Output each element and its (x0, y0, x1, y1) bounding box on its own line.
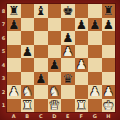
rank-label-5: 5 (0, 45, 7, 59)
piece-black-pawn[interactable]: ♟ (103, 17, 114, 31)
piece-black-pawn[interactable]: ♟ (8, 17, 19, 31)
file-label-a: A (7, 112, 21, 120)
piece-black-king[interactable]: ♚ (62, 4, 73, 18)
square-f1[interactable]: ♜ (75, 99, 89, 113)
square-a1[interactable] (7, 99, 21, 113)
piece-white-pawn[interactable]: ♟ (89, 85, 100, 99)
piece-white-rook[interactable]: ♜ (22, 98, 33, 112)
square-f4[interactable]: ♟ (75, 58, 89, 72)
square-c7[interactable] (34, 18, 48, 32)
piece-white-pawn[interactable]: ♟ (103, 85, 114, 99)
square-c6[interactable] (34, 31, 48, 45)
square-d7[interactable] (48, 18, 62, 32)
square-b7[interactable] (21, 18, 35, 32)
file-label-f: F (75, 112, 89, 120)
square-b4[interactable] (21, 58, 35, 72)
square-g2[interactable]: ♟ (88, 85, 102, 99)
file-coordinates: ABCDEFGH (7, 112, 115, 120)
square-e1[interactable] (61, 99, 75, 113)
piece-black-pawn[interactable]: ♟ (35, 71, 46, 85)
square-c5[interactable] (34, 45, 48, 59)
rank-label-6: 6 (0, 31, 7, 45)
square-d8[interactable] (48, 4, 62, 18)
square-b1[interactable]: ♜ (21, 99, 35, 113)
piece-white-knight[interactable]: ♞ (49, 85, 60, 99)
chess-diagram: 87654321 ♜♝♚♜♟♟♟♟♟♟♟♟♟♟♛♟♞♞♟♟♜♛♜♚ ABCDEF… (0, 0, 120, 120)
square-a6[interactable] (7, 31, 21, 45)
piece-white-knight[interactable]: ♞ (22, 85, 33, 99)
rank-label-7: 7 (0, 18, 7, 32)
square-d1[interactable]: ♛ (48, 99, 62, 113)
square-e8[interactable]: ♚ (61, 4, 75, 18)
piece-black-rook[interactable]: ♜ (8, 4, 19, 18)
piece-black-bishop[interactable]: ♝ (35, 4, 46, 18)
square-a7[interactable]: ♟ (7, 18, 21, 32)
square-e2[interactable] (61, 85, 75, 99)
piece-white-pawn[interactable]: ♟ (62, 44, 73, 58)
piece-white-pawn[interactable]: ♟ (76, 58, 87, 72)
square-a4[interactable] (7, 58, 21, 72)
file-label-e: E (61, 112, 75, 120)
square-e3[interactable]: ♛ (61, 72, 75, 86)
file-label-b: B (21, 112, 35, 120)
piece-black-pawn[interactable]: ♟ (22, 44, 33, 58)
chess-board[interactable]: ♜♝♚♜♟♟♟♟♟♟♟♟♟♟♛♟♞♞♟♟♜♛♜♚ (7, 4, 115, 112)
square-f7[interactable]: ♟ (75, 18, 89, 32)
square-h7[interactable]: ♟ (102, 18, 116, 32)
square-h5[interactable] (102, 45, 116, 59)
square-g1[interactable] (88, 99, 102, 113)
file-label-c: C (34, 112, 48, 120)
square-g5[interactable] (88, 45, 102, 59)
piece-black-queen[interactable]: ♛ (62, 71, 73, 85)
square-e5[interactable]: ♟ (61, 45, 75, 59)
square-b5[interactable]: ♟ (21, 45, 35, 59)
rank-label-4: 4 (0, 58, 7, 72)
piece-black-pawn[interactable]: ♟ (89, 17, 100, 31)
square-d4[interactable]: ♟ (48, 58, 62, 72)
piece-white-king[interactable]: ♚ (103, 98, 114, 112)
square-f3[interactable] (75, 72, 89, 86)
square-f6[interactable] (75, 31, 89, 45)
square-c1[interactable] (34, 99, 48, 113)
square-b8[interactable] (21, 4, 35, 18)
square-a5[interactable] (7, 45, 21, 59)
square-d6[interactable] (48, 31, 62, 45)
piece-white-pawn[interactable]: ♟ (8, 85, 19, 99)
square-c8[interactable]: ♝ (34, 4, 48, 18)
rank-label-3: 3 (0, 72, 7, 86)
square-g7[interactable]: ♟ (88, 18, 102, 32)
square-h6[interactable] (102, 31, 116, 45)
piece-black-pawn[interactable]: ♟ (62, 31, 73, 45)
square-a2[interactable]: ♟ (7, 85, 21, 99)
piece-white-rook[interactable]: ♜ (76, 98, 87, 112)
rank-label-1: 1 (0, 99, 7, 113)
piece-black-pawn[interactable]: ♟ (49, 58, 60, 72)
piece-black-rook[interactable]: ♜ (103, 4, 114, 18)
rank-label-8: 8 (0, 4, 7, 18)
piece-white-queen[interactable]: ♛ (49, 98, 60, 112)
file-label-h: H (102, 112, 116, 120)
square-c3[interactable]: ♟ (34, 72, 48, 86)
square-g6[interactable] (88, 31, 102, 45)
square-c2[interactable] (34, 85, 48, 99)
rank-coordinates: 87654321 (0, 4, 7, 112)
rank-label-2: 2 (0, 85, 7, 99)
square-h1[interactable]: ♚ (102, 99, 116, 113)
file-label-d: D (48, 112, 62, 120)
square-g4[interactable] (88, 58, 102, 72)
square-h4[interactable] (102, 58, 116, 72)
file-label-g: G (88, 112, 102, 120)
piece-black-pawn[interactable]: ♟ (76, 17, 87, 31)
